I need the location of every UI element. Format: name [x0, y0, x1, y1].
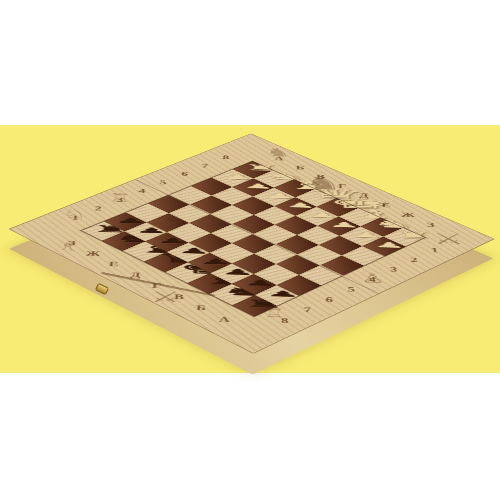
border-coordinate-label: 1: [72, 215, 80, 221]
border-coordinate-label: 6: [325, 296, 333, 303]
piece-black-pawn: ♟: [177, 247, 208, 255]
piece-white-pawn: ♟: [285, 202, 315, 209]
product-photo: 12345678З♜♟♟♜АЖ♞♟♟♞БЕ♝♟♟♝ВД♛♟♟♛ГГ♚♟♟♚ДВ♝…: [0, 0, 500, 500]
border-coordinate-label: 7: [303, 307, 311, 314]
border-coordinate-label: 1: [431, 247, 439, 254]
border-coordinate-label: 3: [116, 197, 123, 203]
piece-white-knight: ♞: [263, 172, 292, 182]
border-coordinate-label: 5: [347, 286, 355, 293]
border-coordinate-label: 2: [410, 257, 418, 264]
border-coordinate-label: Г: [338, 183, 347, 189]
border-coordinate-label: Е: [109, 261, 119, 268]
border-coordinate-label: Д: [359, 193, 369, 199]
border-coordinate-label: Е: [381, 202, 391, 208]
border-coordinate-label: Ж: [85, 250, 100, 257]
border-coordinate-label: В: [316, 174, 325, 180]
border-coordinate-label: А: [274, 156, 284, 162]
border-coordinate-label: 5: [160, 180, 167, 186]
piece-white-pawn: ♟: [307, 211, 337, 219]
border-coordinate-label: 6: [181, 171, 188, 177]
border-coordinate-label: Б: [295, 165, 304, 171]
border-coordinate-label: 3: [390, 266, 398, 273]
border-coordinate-label: 7: [202, 163, 209, 169]
piece-black-pawn: ♟: [199, 258, 231, 266]
border-coordinate-label: 8: [222, 155, 229, 161]
piece-white-pawn: ♟: [373, 241, 404, 249]
border-coordinate-label: Д: [130, 272, 141, 279]
border-coordinate-label: З: [427, 222, 435, 228]
border-coordinate-label: 2: [94, 206, 102, 212]
border-coordinate-label: 4: [138, 188, 145, 194]
border-coordinate-label: З: [68, 240, 76, 247]
piece-white-pawn: ♟: [243, 183, 272, 190]
border-coordinate-label: Б: [196, 305, 206, 312]
border-coordinate-label: Ж: [401, 212, 415, 218]
border-coordinate-label: А: [219, 316, 230, 323]
border-coordinate-label: Г: [152, 282, 162, 289]
border-coordinate-label: 4: [369, 276, 377, 283]
border-coordinate-label: 8: [281, 317, 289, 324]
border-coordinate-label: В: [174, 293, 184, 300]
